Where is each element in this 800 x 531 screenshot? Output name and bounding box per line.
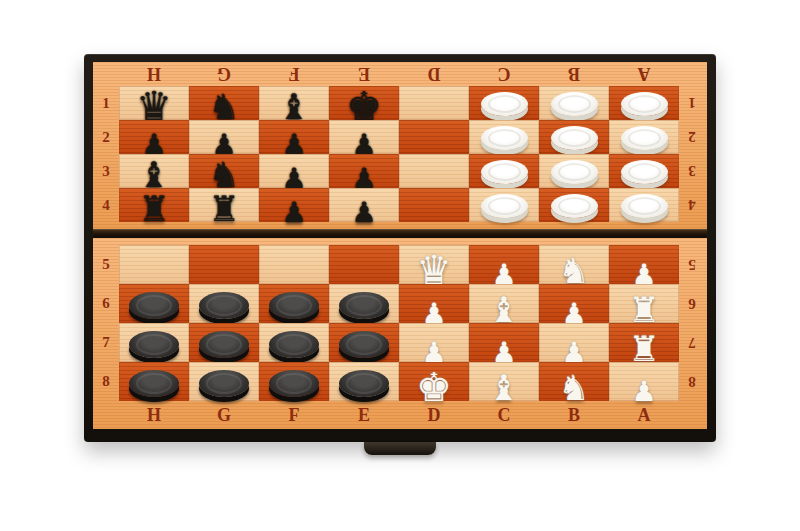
checker-black	[199, 331, 249, 358]
file-label-b: B	[539, 401, 609, 429]
piece-black-pawn: ♟	[281, 201, 306, 225]
latch-tab	[364, 442, 436, 455]
square-h4: ♜	[119, 188, 189, 222]
file-label-e: E	[329, 62, 399, 86]
square-a8: ♟	[609, 362, 679, 401]
square-c4	[469, 188, 539, 222]
checker-white	[481, 194, 528, 218]
product-photo: HGFEDCBA1♛♞♝♚12♟♟♟♟23♝♞♟♟34♜♜♟♟4 5♛♟♞♟56…	[84, 54, 716, 455]
square-b4	[539, 188, 609, 222]
square-g2: ♟	[189, 120, 259, 154]
square-b8: ♞	[539, 362, 609, 401]
square-f2: ♟	[259, 120, 329, 154]
checker-black	[269, 370, 319, 397]
square-f1: ♝	[259, 86, 329, 120]
checker-white	[481, 126, 528, 150]
square-e6	[329, 284, 399, 323]
piece-white-queen: ♛	[416, 253, 452, 287]
square-h2: ♟	[119, 120, 189, 154]
file-label-f: F	[259, 62, 329, 86]
piece-black-queen: ♛	[136, 89, 172, 123]
piece-white-bishop: ♝	[488, 374, 519, 404]
square-d4	[399, 188, 469, 222]
square-b1	[539, 86, 609, 120]
file-label-a: A	[609, 401, 679, 429]
file-label-h: H	[119, 62, 189, 86]
square-a3	[609, 154, 679, 188]
square-c8: ♝	[469, 362, 539, 401]
board-bottom-half: 5♛♟♞♟56♟♝♟♜67♟♟♟♜78♚♝♞♟8HGFEDCBA	[93, 238, 707, 429]
square-c2	[469, 120, 539, 154]
square-h3: ♝	[119, 154, 189, 188]
square-d7: ♟	[399, 323, 469, 362]
square-h5	[119, 245, 189, 284]
piece-white-knight: ♞	[558, 257, 589, 287]
file-label-d: D	[399, 401, 469, 429]
checker-white	[551, 194, 598, 218]
checker-black	[339, 292, 389, 319]
square-c7: ♟	[469, 323, 539, 362]
file-label-f: F	[259, 401, 329, 429]
piece-white-knight: ♞	[558, 374, 589, 404]
checker-black	[129, 370, 179, 397]
board-frame: HGFEDCBA1♛♞♝♚12♟♟♟♟23♝♞♟♟34♜♜♟♟4 5♛♟♞♟56…	[84, 54, 716, 442]
checker-white	[621, 160, 668, 184]
piece-white-rook: ♜	[628, 335, 659, 365]
square-g4: ♜	[189, 188, 259, 222]
checker-black	[339, 331, 389, 358]
square-b2	[539, 120, 609, 154]
piece-black-knight: ♞	[208, 93, 239, 123]
rank-label-left-8: 8	[93, 362, 119, 401]
rank-label-right-4: 4	[679, 188, 705, 222]
file-label-h: H	[119, 401, 189, 429]
rank-label-right-8: 8	[679, 362, 705, 401]
square-g1: ♞	[189, 86, 259, 120]
square-b6: ♟	[539, 284, 609, 323]
checker-white	[551, 126, 598, 150]
square-f7	[259, 323, 329, 362]
rank-label-left-6: 6	[93, 284, 119, 323]
square-h7	[119, 323, 189, 362]
square-d8: ♚	[399, 362, 469, 401]
file-label-c: C	[469, 401, 539, 429]
rank-label-left-1: 1	[93, 86, 119, 120]
square-c5: ♟	[469, 245, 539, 284]
checker-black	[129, 331, 179, 358]
square-a4	[609, 188, 679, 222]
checker-black	[129, 292, 179, 319]
file-label-g: G	[189, 401, 259, 429]
checker-black	[199, 292, 249, 319]
file-label-a: A	[609, 62, 679, 86]
piece-white-bishop: ♝	[488, 296, 519, 326]
square-a2	[609, 120, 679, 154]
square-d1	[399, 86, 469, 120]
checker-black	[269, 292, 319, 319]
square-e2: ♟	[329, 120, 399, 154]
square-a7: ♜	[609, 323, 679, 362]
piece-black-king: ♚	[346, 89, 382, 123]
piece-black-bishop: ♝	[138, 161, 169, 191]
piece-white-rook: ♜	[628, 296, 659, 326]
file-label-c: C	[469, 62, 539, 86]
square-b3	[539, 154, 609, 188]
checker-white	[621, 126, 668, 150]
piece-black-pawn: ♟	[351, 201, 376, 225]
file-label-b: B	[539, 62, 609, 86]
square-b7: ♟	[539, 323, 609, 362]
square-d5: ♛	[399, 245, 469, 284]
file-label-d: D	[399, 62, 469, 86]
file-label-g: G	[189, 62, 259, 86]
board-top-half: HGFEDCBA1♛♞♝♚12♟♟♟♟23♝♞♟♟34♜♜♟♟4	[93, 62, 707, 229]
rank-label-right-1: 1	[679, 86, 705, 120]
square-g5	[189, 245, 259, 284]
square-h6	[119, 284, 189, 323]
piece-black-bishop: ♝	[278, 93, 309, 123]
square-c1	[469, 86, 539, 120]
square-f6	[259, 284, 329, 323]
square-g6	[189, 284, 259, 323]
square-d3	[399, 154, 469, 188]
square-a5: ♟	[609, 245, 679, 284]
rank-label-left-2: 2	[93, 120, 119, 154]
square-e5	[329, 245, 399, 284]
square-a1	[609, 86, 679, 120]
square-e1: ♚	[329, 86, 399, 120]
checker-white	[481, 160, 528, 184]
piece-white-king: ♚	[416, 370, 452, 404]
checker-black	[199, 370, 249, 397]
square-f3: ♟	[259, 154, 329, 188]
rank-label-left-7: 7	[93, 323, 119, 362]
rank-label-left-5: 5	[93, 245, 119, 284]
square-h1: ♛	[119, 86, 189, 120]
square-f4: ♟	[259, 188, 329, 222]
rank-label-right-7: 7	[679, 323, 705, 362]
rank-label-right-5: 5	[679, 245, 705, 284]
rank-label-left-3: 3	[93, 154, 119, 188]
square-c3	[469, 154, 539, 188]
checker-white	[551, 92, 598, 116]
checker-white	[621, 92, 668, 116]
square-e7	[329, 323, 399, 362]
checker-white	[551, 160, 598, 184]
rank-label-right-2: 2	[679, 120, 705, 154]
square-f5	[259, 245, 329, 284]
square-a6: ♜	[609, 284, 679, 323]
checker-black	[269, 331, 319, 358]
checker-white	[621, 194, 668, 218]
square-d6: ♟	[399, 284, 469, 323]
piece-black-knight: ♞	[208, 161, 239, 191]
square-g7	[189, 323, 259, 362]
piece-black-rook: ♜	[138, 195, 169, 225]
square-c6: ♝	[469, 284, 539, 323]
square-b5: ♞	[539, 245, 609, 284]
board-hinge	[93, 229, 707, 238]
square-f8	[259, 362, 329, 401]
checker-white	[481, 92, 528, 116]
square-d2	[399, 120, 469, 154]
file-label-e: E	[329, 401, 399, 429]
square-h8	[119, 362, 189, 401]
square-e4: ♟	[329, 188, 399, 222]
piece-black-rook: ♜	[208, 195, 239, 225]
rank-label-right-3: 3	[679, 154, 705, 188]
square-e3: ♟	[329, 154, 399, 188]
rank-label-left-4: 4	[93, 188, 119, 222]
rank-label-right-6: 6	[679, 284, 705, 323]
checker-black	[339, 370, 389, 397]
square-e8	[329, 362, 399, 401]
square-g8	[189, 362, 259, 401]
square-g3: ♞	[189, 154, 259, 188]
